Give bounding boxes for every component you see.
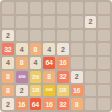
tile-value: 8 bbox=[20, 59, 24, 66]
empty-cell bbox=[57, 16, 69, 28]
tile-2: 2 bbox=[16, 85, 28, 97]
empty-cell bbox=[71, 43, 83, 55]
empty-cell bbox=[2, 2, 14, 14]
empty-cell bbox=[85, 98, 97, 110]
empty-cell bbox=[71, 16, 83, 28]
empty-cell bbox=[85, 2, 97, 14]
tile-8: 8 bbox=[2, 85, 14, 97]
tile-value: 32 bbox=[59, 101, 66, 108]
empty-cell bbox=[98, 71, 110, 83]
empty-cell bbox=[98, 16, 110, 28]
tile-2: 2 bbox=[2, 30, 14, 42]
empty-cell bbox=[98, 85, 110, 97]
tile-value: 2 bbox=[88, 18, 92, 25]
tile-value: 128 bbox=[59, 88, 66, 93]
empty-cell bbox=[98, 57, 110, 69]
tile-value: 8 bbox=[47, 73, 51, 80]
tile-value: 64 bbox=[32, 101, 39, 108]
tile-4: 4 bbox=[2, 57, 14, 69]
tile-2: 2 bbox=[71, 71, 83, 83]
tile-value: 8 bbox=[75, 101, 79, 108]
tile-value: 4 bbox=[6, 59, 10, 66]
empty-cell bbox=[30, 16, 42, 28]
empty-cell bbox=[85, 30, 97, 42]
board-2048[interactable]: 2232484248464168409625683228212820481281… bbox=[0, 0, 112, 112]
tile-value: 2 bbox=[6, 32, 10, 39]
tile-value: 2048 bbox=[46, 89, 53, 92]
tile-value: 128 bbox=[32, 88, 39, 93]
tile-value: 2 bbox=[75, 73, 79, 80]
tile-8: 8 bbox=[43, 71, 55, 83]
tile-2: 2 bbox=[57, 43, 69, 55]
tile-32: 32 bbox=[57, 71, 69, 83]
tile-128: 128 bbox=[30, 85, 42, 97]
empty-cell bbox=[98, 2, 110, 14]
tile-value: 4 bbox=[20, 46, 24, 53]
tile-4: 4 bbox=[16, 43, 28, 55]
empty-cell bbox=[85, 85, 97, 97]
tile-value: 2 bbox=[20, 87, 24, 94]
tile-value: 16 bbox=[73, 87, 80, 94]
empty-cell bbox=[85, 57, 97, 69]
tile-value: 8 bbox=[6, 73, 10, 80]
tile-8: 8 bbox=[2, 71, 14, 83]
tile-value: 4 bbox=[47, 46, 51, 53]
tile-value: 8 bbox=[6, 87, 10, 94]
empty-cell bbox=[16, 16, 28, 28]
empty-cell bbox=[43, 30, 55, 42]
tile-2048: 2048 bbox=[43, 85, 55, 97]
empty-cell bbox=[57, 30, 69, 42]
empty-cell bbox=[43, 2, 55, 14]
empty-cell bbox=[98, 30, 110, 42]
tile-16: 16 bbox=[71, 85, 83, 97]
tile-16: 16 bbox=[16, 98, 28, 110]
tile-8: 8 bbox=[30, 43, 42, 55]
empty-cell bbox=[30, 2, 42, 14]
empty-cell bbox=[2, 16, 14, 28]
tile-256: 256 bbox=[30, 71, 42, 83]
tile-8: 8 bbox=[16, 57, 28, 69]
tile-value: 32 bbox=[59, 73, 66, 80]
tile-value: 256 bbox=[32, 74, 39, 79]
tile-value: 16 bbox=[59, 59, 66, 66]
tile-value: 2 bbox=[6, 101, 10, 108]
empty-cell bbox=[16, 30, 28, 42]
tile-4096: 4096 bbox=[16, 71, 28, 83]
empty-cell bbox=[71, 30, 83, 42]
empty-cell bbox=[71, 2, 83, 14]
tile-value: 2 bbox=[61, 46, 65, 53]
tile-value: 4 bbox=[33, 59, 37, 66]
tile-value: 4096 bbox=[18, 75, 25, 78]
tile-8: 8 bbox=[71, 98, 83, 110]
tile-value: 32 bbox=[4, 46, 11, 53]
tile-64: 64 bbox=[43, 57, 55, 69]
tile-32: 32 bbox=[2, 43, 14, 55]
empty-cell bbox=[16, 2, 28, 14]
tile-16: 16 bbox=[57, 57, 69, 69]
tile-value: 16 bbox=[46, 101, 53, 108]
tile-64: 64 bbox=[30, 98, 42, 110]
tile-128: 128 bbox=[57, 85, 69, 97]
empty-cell bbox=[30, 30, 42, 42]
tile-value: 16 bbox=[18, 101, 25, 108]
empty-cell bbox=[85, 43, 97, 55]
tile-2: 2 bbox=[85, 16, 97, 28]
empty-cell bbox=[98, 43, 110, 55]
tile-2: 2 bbox=[2, 98, 14, 110]
empty-cell bbox=[71, 57, 83, 69]
tile-32: 32 bbox=[57, 98, 69, 110]
tile-4: 4 bbox=[43, 43, 55, 55]
tile-value: 8 bbox=[33, 46, 37, 53]
tile-4: 4 bbox=[30, 57, 42, 69]
tile-16: 16 bbox=[43, 98, 55, 110]
empty-cell bbox=[57, 2, 69, 14]
empty-cell bbox=[98, 98, 110, 110]
empty-cell bbox=[43, 16, 55, 28]
tile-value: 64 bbox=[46, 59, 53, 66]
empty-cell bbox=[85, 71, 97, 83]
